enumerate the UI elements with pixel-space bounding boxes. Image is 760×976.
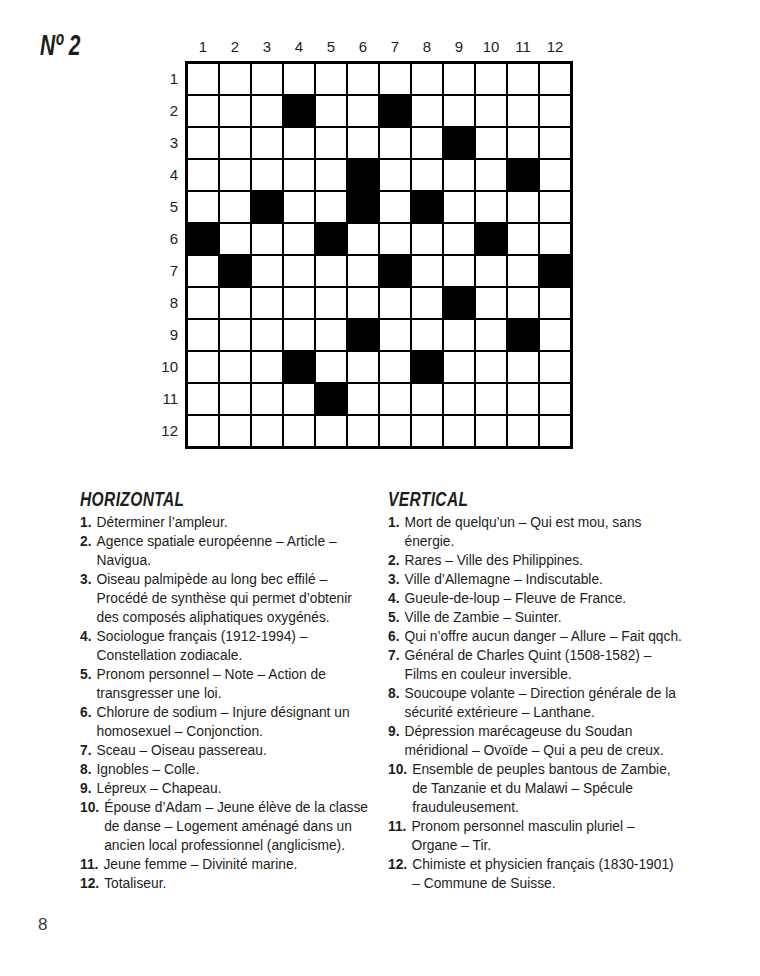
grid-cell[interactable] [220,288,250,318]
grid-cell[interactable] [476,128,506,158]
col-label: 11 [508,37,538,57]
grid-cell[interactable] [380,64,410,94]
clue-number: 2. [80,532,92,570]
clue-number: 9. [80,779,92,798]
col-label: 6 [348,37,378,57]
clue-text: Pronom personnel – Note – Action de tran… [97,665,374,703]
blocked-cell [348,192,378,222]
clue-item: 12.Totaliseur. [80,874,374,893]
grid-cell[interactable] [284,192,314,222]
grid-cell[interactable] [412,320,442,350]
grid-cell[interactable] [412,384,442,414]
grid-cell[interactable] [220,128,250,158]
clue-item: 1.Mort de quelqu’un – Qui est mou, sans … [388,513,684,551]
grid-cell[interactable] [316,96,346,126]
clue-number: 9. [388,722,400,760]
grid-cell[interactable] [540,352,570,382]
grid-cell[interactable] [476,64,506,94]
row-label: 8 [146,288,178,318]
grid-cell[interactable] [188,384,218,414]
grid-cell[interactable] [444,256,474,286]
grid-cell[interactable] [252,160,282,190]
col-label: 9 [444,37,474,57]
grid-cell[interactable] [476,256,506,286]
grid-cell[interactable] [284,288,314,318]
blocked-cell [284,352,314,382]
clue-item: 10.Épouse d’Adam – Jeune élève de la cla… [80,798,374,855]
blocked-cell [380,96,410,126]
clue-item: 6.Chlorure de sodium – Injure désignant … [80,703,374,741]
blocked-cell [316,224,346,254]
clue-number: 1. [388,513,400,551]
grid-cell[interactable] [380,352,410,382]
clue-number: 12. [388,855,407,893]
clue-number: 5. [80,665,92,703]
grid-cell[interactable] [284,64,314,94]
clue-number: 7. [80,741,92,760]
grid-cell[interactable] [188,416,218,446]
vertical-heading: VERTICAL [388,487,607,511]
grid-cell[interactable] [188,320,218,350]
grid-cell[interactable] [380,416,410,446]
grid-cell[interactable] [348,128,378,158]
grid-cell[interactable] [252,128,282,158]
row-label: 4 [146,160,178,190]
grid-cell[interactable] [348,64,378,94]
grid-cell[interactable] [252,384,282,414]
clue-text: Ensemble de peuples bantous de Zambie, d… [412,760,684,817]
grid-cell[interactable] [316,192,346,222]
grid-cell[interactable] [540,224,570,254]
grid-cell[interactable] [316,288,346,318]
grid-cell[interactable] [540,416,570,446]
grid-cell[interactable] [220,416,250,446]
grid-cell[interactable] [252,288,282,318]
grid-cell[interactable] [188,160,218,190]
grid-cell[interactable] [540,96,570,126]
clue-number: 1. [80,513,92,532]
clue-text: Ville d’Allemagne – Indiscutable. [405,570,684,589]
grid-cell[interactable] [348,416,378,446]
row-label: 6 [146,224,178,254]
clue-text: Qui n’offre aucun danger – Allure – Fait… [405,627,684,646]
clue-number: 11. [80,855,98,874]
clue-number: 12. [80,874,99,893]
grid-cell[interactable] [444,352,474,382]
blocked-cell [284,96,314,126]
grid-cell[interactable] [412,224,442,254]
grid-cell[interactable] [220,352,250,382]
grid-cell[interactable] [284,160,314,190]
col-label: 1 [188,37,218,57]
grid-cell[interactable] [444,64,474,94]
clue-item: 6.Qui n’offre aucun danger – Allure – Fa… [388,627,684,646]
blocked-cell [476,224,506,254]
grid-cell[interactable] [476,384,506,414]
clue-item: 12.Chimiste et physicien français (1830-… [388,855,684,893]
clue-item: 9.Lépreux – Chapeau. [80,779,374,798]
grid-cell[interactable] [284,256,314,286]
clue-text: Mort de quelqu’un – Qui est mou, sans én… [405,513,684,551]
grid-cell[interactable] [284,416,314,446]
blocked-cell [348,320,378,350]
grid-cell[interactable] [316,256,346,286]
grid-cell[interactable] [540,160,570,190]
grid-cell[interactable] [220,384,250,414]
grid-cell[interactable] [540,384,570,414]
grid-cell[interactable] [316,352,346,382]
grid-cell[interactable] [380,288,410,318]
clue-text: Ignobles – Colle. [97,760,374,779]
grid-cell[interactable] [508,352,538,382]
blocked-cell [508,160,538,190]
grid-cell[interactable] [188,192,218,222]
clue-number: 8. [388,684,400,722]
grid-cell[interactable] [252,224,282,254]
grid-cell[interactable] [348,256,378,286]
grid-cell[interactable] [508,224,538,254]
blocked-cell [348,160,378,190]
vertical-clues-section: VERTICAL 1.Mort de quelqu’un – Qui est m… [388,487,684,893]
clue-text: Rares – Ville des Philippines. [405,551,684,570]
crossword-grid [185,61,573,449]
grid-cell[interactable] [284,384,314,414]
vertical-clues-list: 1.Mort de quelqu’un – Qui est mou, sans … [388,513,684,893]
grid-cell[interactable] [476,96,506,126]
row-label: 9 [146,320,178,350]
clue-text: Déterminer l’ampleur. [97,513,374,532]
grid-cell[interactable] [316,320,346,350]
row-label: 1 [146,64,178,94]
grid-cell[interactable] [380,384,410,414]
clue-item: 5.Pronom personnel – Note – Action de tr… [80,665,374,703]
grid-cell[interactable] [476,192,506,222]
col-label: 5 [316,37,346,57]
grid-cell[interactable] [412,256,442,286]
blocked-cell [508,320,538,350]
grid-cell[interactable] [508,384,538,414]
grid-cell[interactable] [348,352,378,382]
clue-number: 11. [388,817,406,855]
horizontal-heading: HORIZONTAL [80,487,298,511]
grid-cell[interactable] [316,64,346,94]
grid-cell[interactable] [444,416,474,446]
column-labels: 123456789101112 [188,37,570,57]
grid-cell[interactable] [540,128,570,158]
grid-cell[interactable] [508,256,538,286]
grid-cell[interactable] [348,224,378,254]
grid-cell[interactable] [220,224,250,254]
blocked-cell [316,384,346,414]
grid-cell[interactable] [188,128,218,158]
grid-cell[interactable] [252,416,282,446]
grid-cell[interactable] [540,320,570,350]
grid-cell[interactable] [444,160,474,190]
col-label: 8 [412,37,442,57]
row-label: 5 [146,192,178,222]
clue-text: Oiseau palmipède au long bec effilé – Pr… [97,570,374,627]
clue-number: 3. [388,570,400,589]
row-label: 11 [146,384,178,414]
clue-text: Chimiste et physicien français (1830-190… [412,855,684,893]
clue-item: 11.Jeune femme – Divinité marine. [80,855,374,874]
grid-cell[interactable] [188,96,218,126]
clue-text: Sceau – Oiseau passereau. [97,741,374,760]
clue-text: Dépression marécageuse du Soudan méridio… [405,722,684,760]
grid-cell[interactable] [188,352,218,382]
clue-item: 11.Pronom personnel masculin pluriel – O… [388,817,684,855]
clue-item: 2.Rares – Ville des Philippines. [388,551,684,570]
grid-cell[interactable] [220,160,250,190]
grid-cell[interactable] [252,320,282,350]
row-label: 3 [146,128,178,158]
grid-cell[interactable] [380,192,410,222]
grid-cell[interactable] [508,288,538,318]
clue-text: Totaliseur. [104,874,374,893]
grid-cell[interactable] [540,192,570,222]
blocked-cell [252,192,282,222]
clue-text: Général de Charles Quint (1508-1582) – F… [405,646,684,684]
grid-cell[interactable] [476,416,506,446]
clue-item: 7.Sceau – Oiseau passereau. [80,741,374,760]
clue-number: 4. [80,627,92,665]
clue-item: 4.Gueule-de-loup – Fleuve de France. [388,589,684,608]
grid-cell[interactable] [540,64,570,94]
grid-cell[interactable] [284,320,314,350]
clue-item: 4.Sociologue français (1912-1994) – Cons… [80,627,374,665]
clue-item: 2.Agence spatiale européenne – Article –… [80,532,374,570]
clue-text: Ville de Zambie – Suinter. [405,608,684,627]
clue-number: 6. [388,627,400,646]
blocked-cell [444,128,474,158]
row-label: 10 [146,352,178,382]
clue-number: 10. [80,798,99,855]
grid-cell[interactable] [444,192,474,222]
grid-cell[interactable] [412,160,442,190]
grid-cell[interactable] [316,160,346,190]
grid-cell[interactable] [412,128,442,158]
grid-cell[interactable] [444,384,474,414]
clue-text: Agence spatiale européenne – Article – N… [97,532,374,570]
grid-cell[interactable] [508,64,538,94]
grid-cell[interactable] [444,96,474,126]
clue-text: Jeune femme – Divinité marine. [103,855,374,874]
clue-text: Chlorure de sodium – Injure désignant un… [97,703,374,741]
grid-cell[interactable] [348,96,378,126]
clue-item: 5.Ville de Zambie – Suinter. [388,608,684,627]
horizontal-clues-section: HORIZONTAL 1.Déterminer l’ampleur.2.Agen… [80,487,374,893]
clue-item: 7.Général de Charles Quint (1508-1582) –… [388,646,684,684]
clue-number: 5. [388,608,400,627]
grid-cell[interactable] [412,96,442,126]
grid-cell[interactable] [476,352,506,382]
grid-cell[interactable] [508,128,538,158]
clue-text: Épouse d’Adam – Jeune élève de la classe… [104,798,374,855]
clue-item: 9.Dépression marécageuse du Soudan mérid… [388,722,684,760]
page-number: 8 [38,915,47,935]
grid-cell[interactable] [220,64,250,94]
grid-cell[interactable] [412,288,442,318]
clue-item: 3.Ville d’Allemagne – Indiscutable. [388,570,684,589]
clue-number: 7. [388,646,400,684]
clue-item: 3.Oiseau palmipède au long bec effilé – … [80,570,374,627]
clue-item: 10.Ensemble de peuples bantous de Zambie… [388,760,684,817]
grid-cell[interactable] [476,288,506,318]
grid-cell[interactable] [380,320,410,350]
grid-cell[interactable] [252,64,282,94]
horizontal-clues-list: 1.Déterminer l’ampleur.2.Agence spatiale… [80,513,374,893]
clue-text: Pronom personnel masculin pluriel – Orga… [411,817,684,855]
blocked-cell [220,256,250,286]
grid-cell[interactable] [284,128,314,158]
col-label: 2 [220,37,250,57]
clue-number: 10. [388,760,407,817]
row-label: 12 [146,416,178,446]
grid-cell[interactable] [412,64,442,94]
row-label: 2 [146,96,178,126]
grid-cell[interactable] [348,384,378,414]
grid-cell[interactable] [220,192,250,222]
blocked-cell [540,256,570,286]
grid-cell[interactable] [540,288,570,318]
clue-text: Gueule-de-loup – Fleuve de France. [405,589,684,608]
grid-cell[interactable] [444,320,474,350]
clue-number: 2. [388,551,400,570]
col-label: 7 [380,37,410,57]
grid-cell[interactable] [220,96,250,126]
clue-number: 8. [80,760,92,779]
clue-number: 4. [388,589,400,608]
blocked-cell [380,256,410,286]
grid-cell[interactable] [188,256,218,286]
grid-cell[interactable] [444,224,474,254]
grid-cell[interactable] [380,224,410,254]
col-label: 12 [540,37,570,57]
blocked-cell [412,192,442,222]
grid-cell[interactable] [508,96,538,126]
clue-item: 1.Déterminer l’ampleur. [80,513,374,532]
grid-cell[interactable] [380,128,410,158]
grid-cell[interactable] [316,416,346,446]
clue-item: 8.Soucoupe volante – Direction générale … [388,684,684,722]
clue-text: Sociologue français (1912-1994) – Conste… [97,627,374,665]
blocked-cell [412,352,442,382]
grid-cell[interactable] [412,416,442,446]
grid-cell[interactable] [316,128,346,158]
clue-text: Lépreux – Chapeau. [97,779,374,798]
grid-cell[interactable] [380,160,410,190]
clue-number: 6. [80,703,92,741]
col-label: 3 [252,37,282,57]
blocked-cell [188,224,218,254]
grid-cell[interactable] [252,96,282,126]
clue-text: Soucoupe volante – Direction générale de… [405,684,684,722]
puzzle-number-title: Nº 2 [40,28,80,62]
grid-cell[interactable] [476,320,506,350]
blocked-cell [444,288,474,318]
grid-cell[interactable] [188,288,218,318]
grid-cell[interactable] [252,256,282,286]
clue-item: 8.Ignobles – Colle. [80,760,374,779]
col-label: 10 [476,37,506,57]
grid-cell[interactable] [476,160,506,190]
grid-cell[interactable] [252,352,282,382]
col-label: 4 [284,37,314,57]
grid-cell[interactable] [508,416,538,446]
clue-number: 3. [80,570,92,627]
grid-cell[interactable] [284,224,314,254]
row-label: 7 [146,256,178,286]
grid-cell[interactable] [188,64,218,94]
puzzle-page: Nº 2 123456789101112 123456789101112 HOR… [0,0,760,976]
row-labels: 123456789101112 [146,64,178,446]
grid-cell[interactable] [220,320,250,350]
grid-cell[interactable] [348,288,378,318]
grid-cell[interactable] [508,192,538,222]
